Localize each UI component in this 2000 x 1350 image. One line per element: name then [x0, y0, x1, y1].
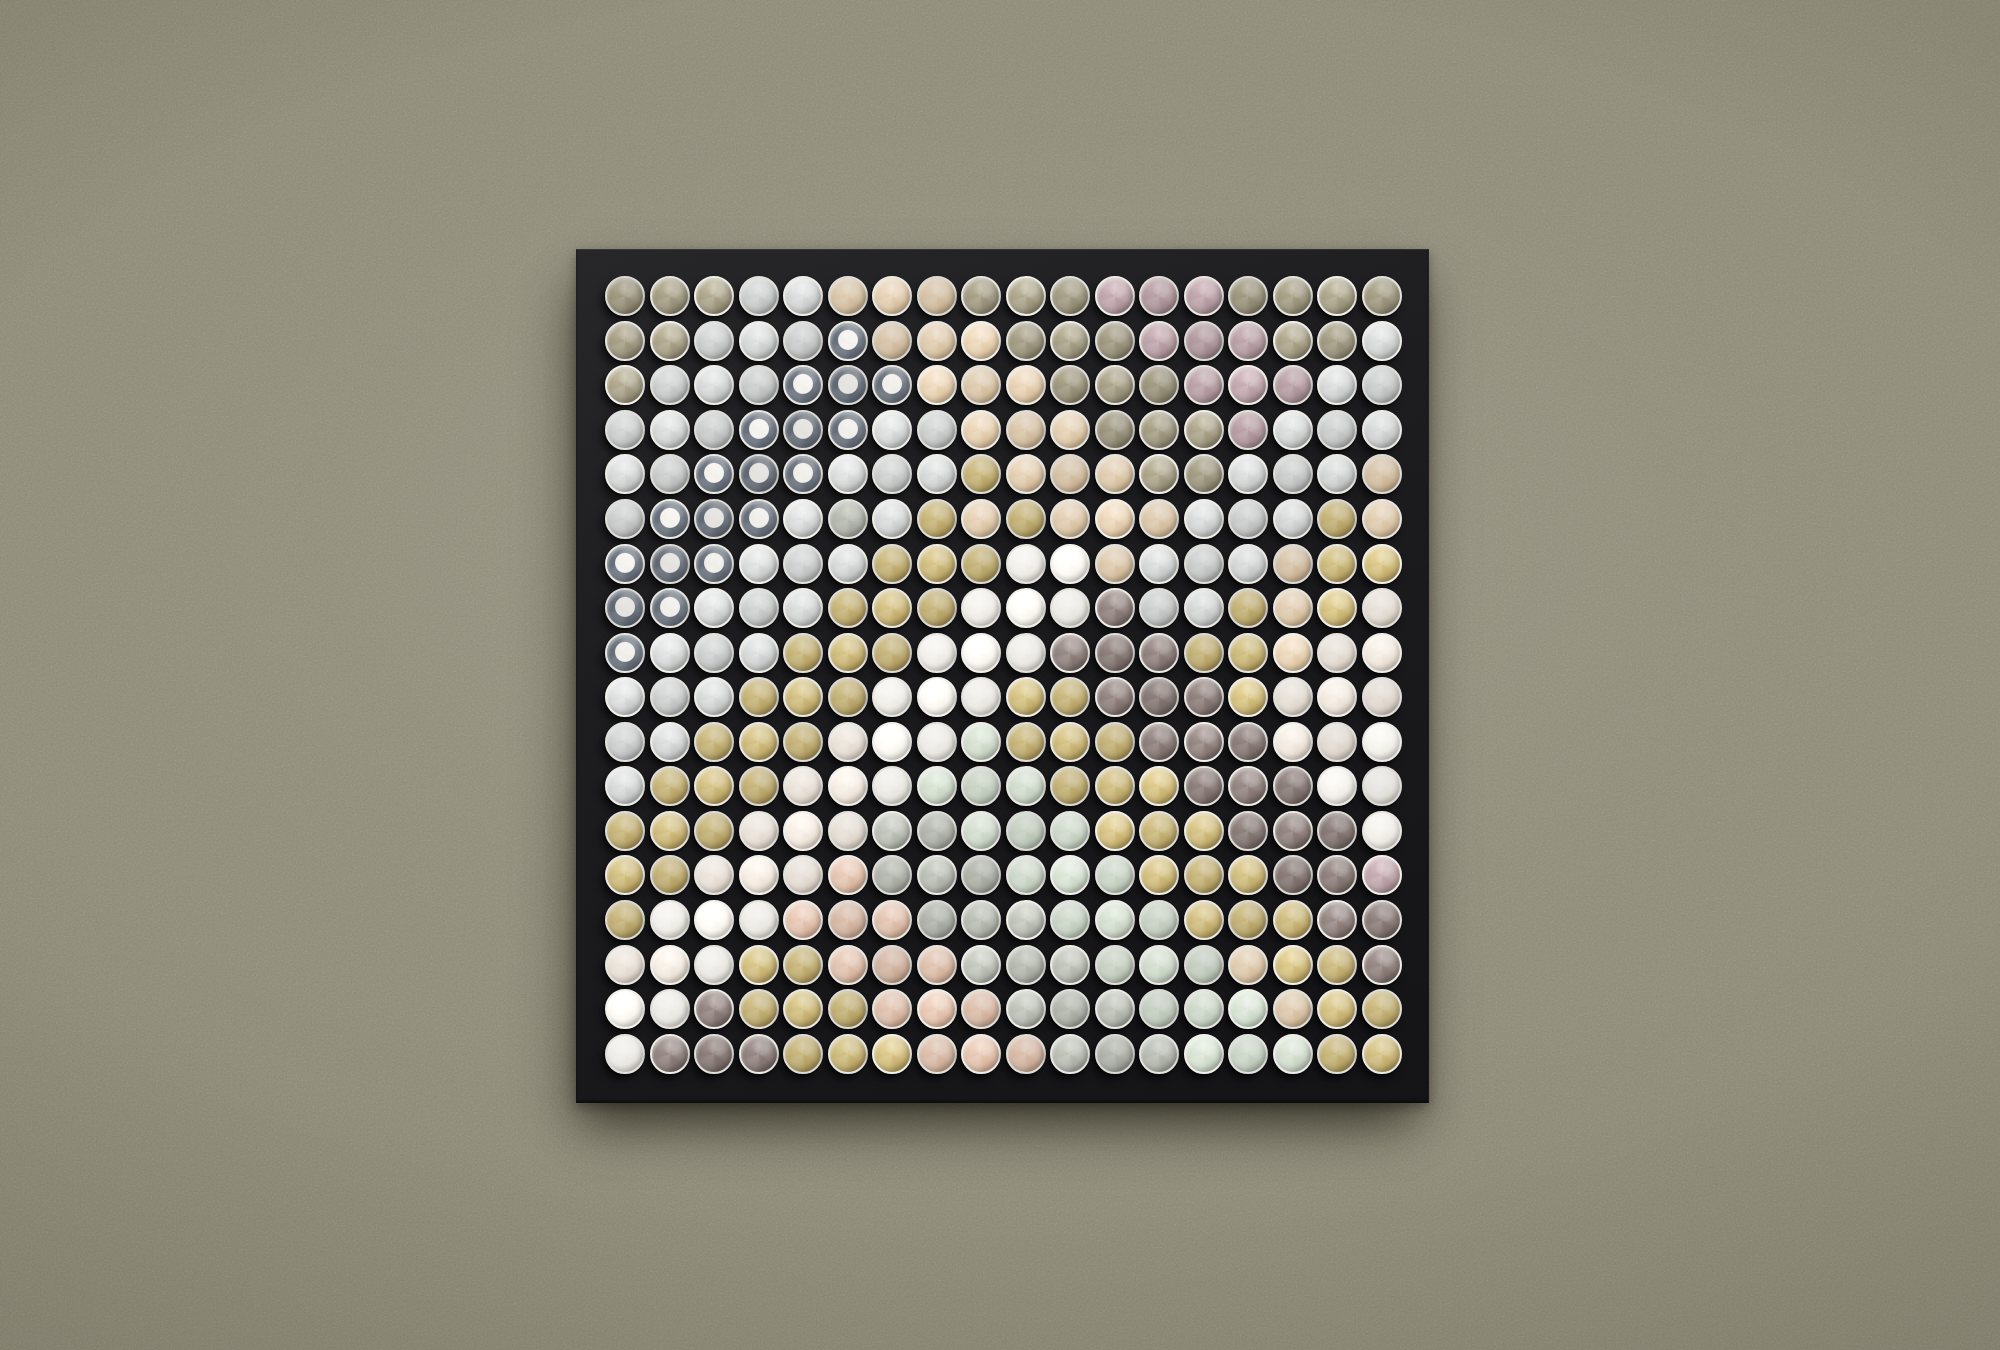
coin-gold: [1317, 588, 1357, 628]
coin-cell: [1182, 408, 1227, 453]
coin-cell: [603, 452, 648, 497]
coin-cell: [959, 541, 1004, 586]
coin-cell: [1048, 987, 1093, 1032]
coin-olive: [1317, 321, 1357, 361]
coin-gold: [828, 633, 868, 673]
coin-cell: [1004, 942, 1049, 987]
coin-cell: [1048, 764, 1093, 809]
coin-olive: [1273, 276, 1313, 316]
coin-cell: [1315, 363, 1360, 408]
coin-silver: [739, 321, 779, 361]
coin-cell: [1360, 809, 1405, 854]
coin-cell: [603, 630, 648, 675]
coin-cell: [781, 408, 826, 453]
coin-gold: [1184, 811, 1224, 851]
coin-white: [872, 722, 912, 762]
coin-champagne: [828, 722, 868, 762]
coin-cell: [1226, 675, 1271, 720]
coin-cell: [959, 853, 1004, 898]
wall: [0, 0, 2000, 1350]
coin-bimetal: [783, 365, 823, 405]
coin-tan: [828, 276, 868, 316]
coin-cell: [603, 586, 648, 631]
coin-cell: [737, 363, 782, 408]
coin-taupe: [739, 1034, 779, 1074]
coin-gold: [961, 544, 1001, 584]
coin-champagne: [1317, 722, 1357, 762]
coin-cell: [870, 675, 915, 720]
coin-cell: [826, 319, 871, 364]
coin-cell: [915, 630, 960, 675]
coin-cell: [1271, 1031, 1316, 1076]
coin-cell: [1271, 764, 1316, 809]
coin-cell: [1315, 898, 1360, 943]
coin-olive: [1228, 276, 1268, 316]
coin-cell: [1093, 452, 1138, 497]
coin-cell: [1137, 586, 1182, 631]
coin-cell: [1315, 630, 1360, 675]
coin-cell: [1271, 987, 1316, 1032]
coin-gold: [828, 588, 868, 628]
coin-silver: [872, 410, 912, 450]
coin-cell: [1182, 363, 1227, 408]
coin-taupe: [1273, 811, 1313, 851]
coin-gold: [917, 544, 957, 584]
coin-silver: [1317, 365, 1357, 405]
coin-cell: [1360, 274, 1405, 319]
coin-cell: [870, 764, 915, 809]
coin-white: [1362, 766, 1402, 806]
coin-cell: [826, 898, 871, 943]
coin-cell: [1360, 853, 1405, 898]
coin-cell: [870, 898, 915, 943]
artwork-panel: [576, 249, 1429, 1103]
coin-cell: [603, 987, 648, 1032]
coin-cell: [826, 1031, 871, 1076]
coin-gold: [872, 1034, 912, 1074]
coin-gold: [1050, 766, 1090, 806]
coin-gold: [783, 1034, 823, 1074]
coin-cell: [1137, 452, 1182, 497]
coin-cell: [1315, 764, 1360, 809]
coin-cell: [1315, 809, 1360, 854]
coin-silver: [1317, 410, 1357, 450]
coin-cell: [1093, 274, 1138, 319]
coin-blush: [917, 989, 957, 1029]
coin-silver: [1362, 365, 1402, 405]
coin-tan: [1006, 365, 1046, 405]
coin-cell: [1048, 497, 1093, 542]
coin-taupe: [1139, 722, 1179, 762]
coin-tan: [872, 276, 912, 316]
coin-tan: [961, 499, 1001, 539]
coin-cell: [603, 942, 648, 987]
coin-gold: [872, 588, 912, 628]
coin-cell: [1137, 853, 1182, 898]
coin-taupe: [1362, 900, 1402, 940]
coin-cell: [692, 720, 737, 765]
coin-blush: [872, 945, 912, 985]
coin-bimetal: [605, 588, 645, 628]
coin-cell: [737, 497, 782, 542]
coin-cell: [1226, 452, 1271, 497]
coin-cell: [1137, 541, 1182, 586]
coin-cell: [648, 319, 693, 364]
coin-cell: [1182, 1031, 1227, 1076]
coin-olive: [1139, 365, 1179, 405]
coin-bimetal: [650, 544, 690, 584]
coin-mint: [1050, 811, 1090, 851]
coin-tan: [917, 321, 957, 361]
coin-sage-grey: [1006, 945, 1046, 985]
coin-cell: [1182, 720, 1227, 765]
coin-bimetal: [694, 454, 734, 494]
coin-gold: [1228, 900, 1268, 940]
coin-taupe: [1095, 677, 1135, 717]
coin-cell: [1315, 720, 1360, 765]
coin-cell: [826, 630, 871, 675]
coin-taupe: [1095, 588, 1135, 628]
coin-cell: [1182, 586, 1227, 631]
coin-olive: [1139, 410, 1179, 450]
coin-cell: [1137, 363, 1182, 408]
coin-cell: [1093, 675, 1138, 720]
coin-cell: [781, 630, 826, 675]
coin-cell: [1048, 630, 1093, 675]
coin-cell: [870, 319, 915, 364]
coin-cell: [959, 675, 1004, 720]
coin-cell: [1004, 274, 1049, 319]
coin-cell: [870, 541, 915, 586]
coin-cell: [648, 363, 693, 408]
coin-cell: [1271, 497, 1316, 542]
coin-cell: [1004, 987, 1049, 1032]
coin-cell: [648, 987, 693, 1032]
coin-cell: [1226, 853, 1271, 898]
coin-cell: [915, 408, 960, 453]
coin-cell: [1182, 319, 1227, 364]
coin-cell: [1137, 1031, 1182, 1076]
coin-cell: [959, 408, 1004, 453]
coin-cell: [781, 541, 826, 586]
coin-silver: [605, 454, 645, 494]
coin-cell: [1182, 675, 1227, 720]
coin-cell: [603, 853, 648, 898]
coin-gold: [1228, 855, 1268, 895]
coin-cell: [1226, 630, 1271, 675]
coin-mint: [1139, 945, 1179, 985]
coin-silver: [650, 410, 690, 450]
coin-cell: [692, 274, 737, 319]
coin-cell: [1093, 363, 1138, 408]
coin-white: [961, 677, 1001, 717]
coin-cell: [870, 630, 915, 675]
coin-champagne: [783, 855, 823, 895]
coin-silver: [694, 677, 734, 717]
coin-gold: [1006, 722, 1046, 762]
coin-cell: [915, 853, 960, 898]
coin-cell: [1271, 720, 1316, 765]
coin-gold: [783, 677, 823, 717]
coin-cell: [1093, 809, 1138, 854]
coin-mint: [917, 766, 957, 806]
coin-tan: [1362, 454, 1402, 494]
coin-bimetal: [739, 454, 779, 494]
coin-cell: [1093, 630, 1138, 675]
coin-tan: [1095, 454, 1135, 494]
coin-silver: [650, 722, 690, 762]
coin-cell: [1093, 898, 1138, 943]
coin-cell: [737, 675, 782, 720]
coin-cell: [1360, 898, 1405, 943]
coin-cell: [1137, 987, 1182, 1032]
coin-cell: [603, 319, 648, 364]
coin-silver: [872, 454, 912, 494]
coin-cell: [737, 630, 782, 675]
coin-cell: [915, 675, 960, 720]
coin-cell: [1271, 586, 1316, 631]
coin-champagne: [605, 945, 645, 985]
coin-champagne: [1362, 588, 1402, 628]
coin-cell: [1226, 408, 1271, 453]
coin-cell: [1048, 942, 1093, 987]
coin-cell: [692, 1031, 737, 1076]
coin-cell: [737, 987, 782, 1032]
coin-cell: [870, 809, 915, 854]
coin-cell: [1360, 586, 1405, 631]
coin-white: [650, 989, 690, 1029]
coin-olive: [1050, 321, 1090, 361]
coin-cell: [737, 809, 782, 854]
coin-mauve: [1139, 321, 1179, 361]
coin-cell: [737, 541, 782, 586]
coin-cell: [959, 1031, 1004, 1076]
coin-cell: [1360, 319, 1405, 364]
coin-gold: [1362, 989, 1402, 1029]
coin-cell: [915, 452, 960, 497]
coin-cell: [1271, 319, 1316, 364]
coin-sage-grey: [917, 900, 957, 940]
coin-cell: [1271, 675, 1316, 720]
coin-cell: [692, 853, 737, 898]
coin-olive: [1095, 410, 1135, 450]
coin-sage-grey: [1095, 1034, 1135, 1074]
coin-tan: [1095, 544, 1135, 584]
coin-cell: [1271, 541, 1316, 586]
coin-mauve: [1228, 321, 1268, 361]
coin-olive: [1095, 321, 1135, 361]
coin-cell: [1004, 497, 1049, 542]
coin-cell: [1048, 408, 1093, 453]
coin-tan: [1050, 499, 1090, 539]
coin-cell: [781, 1031, 826, 1076]
coin-sage-grey: [917, 855, 957, 895]
coin-silver: [650, 677, 690, 717]
coin-cell: [781, 720, 826, 765]
coin-silver: [872, 499, 912, 539]
coin-gold: [1273, 945, 1313, 985]
coin-cell: [959, 586, 1004, 631]
coin-silver: [694, 633, 734, 673]
coin-cell: [1360, 720, 1405, 765]
coin-cell: [1226, 942, 1271, 987]
coin-cell: [915, 764, 960, 809]
coin-blush: [961, 1034, 1001, 1074]
coin-cell: [648, 1031, 693, 1076]
coin-cell: [737, 720, 782, 765]
coin-bimetal: [783, 454, 823, 494]
coin-silver: [783, 499, 823, 539]
coin-cell: [781, 675, 826, 720]
coin-cell: [737, 853, 782, 898]
coin-cell: [692, 319, 737, 364]
coin-mint: [1006, 811, 1046, 851]
coin-cell: [1004, 675, 1049, 720]
coin-cell: [648, 764, 693, 809]
coin-cell: [1271, 630, 1316, 675]
coin-cell: [1137, 319, 1182, 364]
coin-cell: [1182, 274, 1227, 319]
coin-tan: [917, 276, 957, 316]
coin-taupe: [1139, 677, 1179, 717]
coin-cell: [781, 274, 826, 319]
coin-blush: [828, 900, 868, 940]
coin-cell: [959, 319, 1004, 364]
coin-mauve: [1362, 855, 1402, 895]
coin-mint: [1184, 945, 1224, 985]
coin-olive: [650, 321, 690, 361]
coin-gold: [917, 499, 957, 539]
coin-cell: [826, 497, 871, 542]
coin-gold: [1184, 633, 1224, 673]
coin-sage-grey: [1006, 900, 1046, 940]
coin-cell: [692, 675, 737, 720]
coin-champagne: [1317, 677, 1357, 717]
coin-cell: [915, 319, 960, 364]
coin-cell: [826, 942, 871, 987]
coin-cell: [1315, 586, 1360, 631]
coin-silver: [1362, 321, 1402, 361]
coin-cell: [870, 497, 915, 542]
coin-bimetal: [650, 499, 690, 539]
coin-gold: [1006, 677, 1046, 717]
coin-gold: [1139, 855, 1179, 895]
coin-cell: [692, 452, 737, 497]
coin-gold: [1228, 588, 1268, 628]
coin-cell: [603, 274, 648, 319]
coin-cell: [1271, 408, 1316, 453]
coin-tan: [961, 365, 1001, 405]
coin-cell: [1137, 408, 1182, 453]
coin-silver: [783, 321, 823, 361]
coin-cell: [1315, 319, 1360, 364]
coin-bimetal: [828, 321, 868, 361]
coin-cell: [1004, 809, 1049, 854]
coin-cell: [1004, 764, 1049, 809]
coin-white: [1317, 766, 1357, 806]
coin-olive: [1006, 321, 1046, 361]
coin-cell: [737, 586, 782, 631]
coin-taupe: [1317, 855, 1357, 895]
coin-silver: [828, 544, 868, 584]
coin-cell: [603, 764, 648, 809]
coin-cell: [1048, 720, 1093, 765]
coin-taupe: [1184, 766, 1224, 806]
coin-cell: [737, 942, 782, 987]
coin-mint: [1095, 900, 1135, 940]
coin-cell: [1004, 452, 1049, 497]
coin-mint: [1095, 855, 1135, 895]
coin-gold: [1317, 945, 1357, 985]
coin-mauve: [1273, 365, 1313, 405]
coin-cell: [737, 452, 782, 497]
coin-olive: [1362, 276, 1402, 316]
coin-cell: [1093, 319, 1138, 364]
coin-bimetal: [605, 633, 645, 673]
coin-taupe: [650, 1034, 690, 1074]
coin-cell: [826, 720, 871, 765]
coin-gold: [828, 1034, 868, 1074]
coin-cell: [603, 497, 648, 542]
coin-gold: [917, 588, 957, 628]
coin-silver: [650, 454, 690, 494]
coin-olive: [1184, 454, 1224, 494]
coin-cell: [1360, 630, 1405, 675]
coin-gold: [828, 989, 868, 1029]
coin-cell: [692, 987, 737, 1032]
coin-gold: [739, 766, 779, 806]
coin-white: [694, 900, 734, 940]
coin-silver: [1184, 499, 1224, 539]
coin-cell: [1093, 987, 1138, 1032]
coin-cell: [1093, 942, 1138, 987]
coin-champagne: [828, 766, 868, 806]
coin-cell: [648, 809, 693, 854]
coin-cell: [1182, 630, 1227, 675]
coin-cell: [781, 319, 826, 364]
coin-white: [1006, 633, 1046, 673]
coin-silver: [694, 410, 734, 450]
coin-tan: [1006, 410, 1046, 450]
coin-olive: [1050, 276, 1090, 316]
coin-mauve: [1139, 276, 1179, 316]
coin-taupe: [1228, 766, 1268, 806]
coin-taupe: [1317, 811, 1357, 851]
coin-blush: [917, 1034, 957, 1074]
coin-mint: [1139, 989, 1179, 1029]
coin-cell: [1004, 720, 1049, 765]
coin-tan: [872, 321, 912, 361]
coin-cell: [1048, 274, 1093, 319]
coin-cell: [959, 987, 1004, 1032]
coin-sage-grey: [1050, 1034, 1090, 1074]
coin-sage-grey: [1050, 989, 1090, 1029]
coin-silver: [694, 588, 734, 628]
coin-cell: [781, 497, 826, 542]
coin-white: [872, 677, 912, 717]
coin-white: [1006, 588, 1046, 628]
coin-gold: [605, 811, 645, 851]
coin-sage-grey: [917, 811, 957, 851]
coin-mint: [1228, 1034, 1268, 1074]
coin-cell: [870, 586, 915, 631]
coin-gold: [872, 544, 912, 584]
coin-white: [961, 633, 1001, 673]
coin-cell: [1093, 408, 1138, 453]
coin-tan: [1273, 633, 1313, 673]
coin-taupe: [694, 989, 734, 1029]
coin-cell: [1182, 452, 1227, 497]
